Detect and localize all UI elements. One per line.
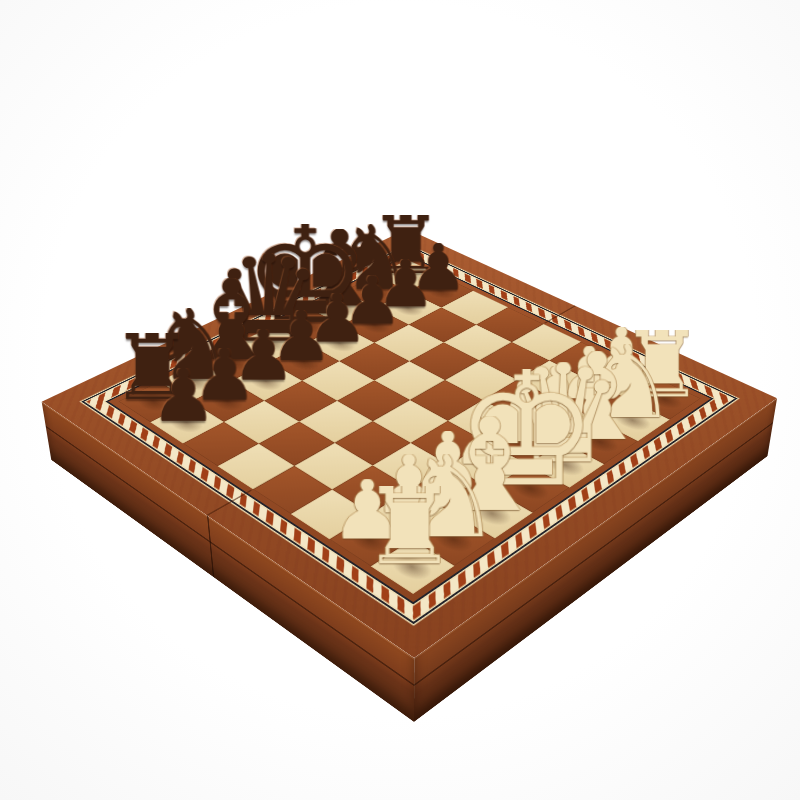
dark-pawn-glyph: ♟	[61, 368, 307, 424]
chess-board-3d: ♜♞♝♚♛♝♞♜♟♟♟♟♟♟♟♟♟♟♟♟♟♟♟♟♜♞♝♛♚♝♞♜	[42, 229, 777, 658]
light-rook-glyph: ♜	[269, 487, 549, 569]
photo-scene: ♜♞♝♚♛♝♞♜♟♟♟♟♟♟♟♟♟♟♟♟♟♟♟♟♜♞♝♛♚♝♞♜	[0, 0, 800, 800]
board-fold-seam-side	[207, 516, 214, 578]
